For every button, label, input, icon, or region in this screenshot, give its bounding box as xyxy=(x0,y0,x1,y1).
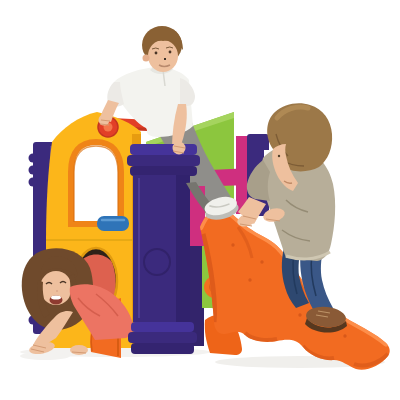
center-column-ridge-3 xyxy=(131,343,194,354)
center-column-cap-3 xyxy=(130,166,197,176)
center-column-cap-1 xyxy=(130,144,197,155)
top-boy-eye-left xyxy=(155,52,158,55)
girl-teeth xyxy=(51,296,61,300)
girl-nose xyxy=(56,290,58,292)
top-boy-face xyxy=(148,40,178,72)
left-column-bump-2 xyxy=(29,166,38,175)
shadow-girl-hands xyxy=(20,352,70,360)
girl-hand-right xyxy=(70,345,88,355)
center-column-shade xyxy=(176,175,190,322)
grab-handle xyxy=(97,216,129,231)
top-boy-eye-right xyxy=(169,51,172,54)
handle-bar xyxy=(97,216,129,231)
product-photo xyxy=(0,0,400,400)
left-column-bump-1 xyxy=(29,154,38,163)
slide-boy-eyelash xyxy=(278,155,280,157)
center-column-ridge-1 xyxy=(131,322,194,332)
purple-center-column xyxy=(127,144,200,354)
top-boy-right-hand-front xyxy=(173,142,186,155)
top-boy-nose xyxy=(164,58,166,60)
left-column-bump-3 xyxy=(29,178,38,187)
scene-illustration xyxy=(0,0,400,400)
top-boy-ear xyxy=(143,55,150,62)
center-column-ridge-2 xyxy=(128,332,197,343)
center-column-cap-2 xyxy=(127,155,200,166)
